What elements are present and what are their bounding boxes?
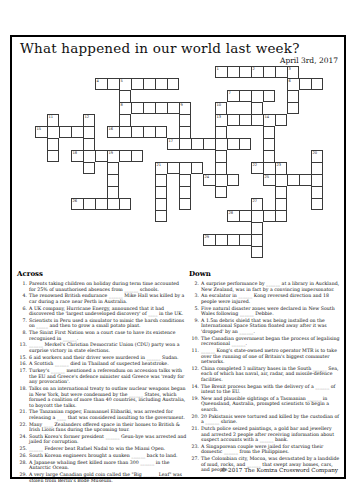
- grid-cell-r7c15[interactable]: [215, 150, 227, 162]
- empty-cell: [59, 198, 71, 210]
- empty-cell: [311, 90, 323, 102]
- empty-cell: [311, 138, 323, 150]
- clue-number-label: 5.: [189, 306, 201, 317]
- grid-cell-r1c9[interactable]: [143, 78, 155, 90]
- empty-cell: [47, 210, 59, 222]
- across-header: Across: [17, 269, 187, 278]
- empty-cell: [35, 210, 47, 222]
- grid-cell-r15c18[interactable]: [251, 246, 263, 258]
- across-clue-16: 16.A Scottish ______ died in Thailand of…: [17, 361, 187, 367]
- empty-cell: [203, 186, 215, 198]
- empty-cell: [71, 138, 83, 150]
- down-clue-3: 3.An escalator in ______ Kong reversed d…: [189, 293, 341, 304]
- clue-number-21: 21: [157, 163, 162, 167]
- empty-cell: [299, 90, 311, 102]
- empty-cell: [239, 102, 251, 114]
- empty-cell: [251, 126, 263, 138]
- grid-cell-r5c6[interactable]: 16: [107, 126, 119, 138]
- clue-number-label: 7.: [17, 318, 29, 329]
- empty-cell: [107, 222, 119, 234]
- grid-cell-r9c23[interactable]: [311, 174, 323, 186]
- empty-cell: [35, 150, 47, 162]
- grid-cell-r8c12[interactable]: [179, 162, 191, 174]
- grid-cell-r12c19[interactable]: [263, 210, 275, 222]
- grid-cell-r9c16[interactable]: [227, 174, 239, 186]
- grid-cell-r4c19[interactable]: 14: [263, 114, 275, 126]
- grid-cell-r8c18[interactable]: 22: [251, 162, 263, 174]
- grid-cell-r6c1[interactable]: [47, 138, 59, 150]
- grid-cell-r3c15[interactable]: 10: [215, 102, 227, 114]
- empty-cell: [275, 138, 287, 150]
- grid-cell-r3c10[interactable]: [155, 102, 167, 114]
- clue-text: Dutch police seized paintings, a gold ba…: [201, 426, 341, 443]
- grid-cell-r6c11[interactable]: 17: [167, 138, 179, 150]
- grid-cell-r11c20[interactable]: [275, 198, 287, 210]
- empty-cell: [119, 246, 131, 258]
- grid-cell-r6c16[interactable]: [227, 138, 239, 150]
- empty-cell: [299, 246, 311, 258]
- grid-cell-r12c18[interactable]: [251, 210, 263, 222]
- clue-number-25: 25: [265, 175, 270, 179]
- grid-cell-r0c16[interactable]: [227, 66, 239, 78]
- clue-number-17: 17: [169, 139, 174, 143]
- clue-number-8: 8: [121, 103, 123, 107]
- empty-cell: [203, 222, 215, 234]
- empty-cell: [311, 210, 323, 222]
- down-clue-2: 2.A surprise performance by ______ at a …: [189, 281, 341, 292]
- empty-cell: [47, 234, 59, 246]
- clue-text: The Tanzanian rapper, Emmanuel Elibariki…: [29, 409, 187, 420]
- down-clue-11: 11.______ Kong's state-owned metro opera…: [189, 348, 341, 365]
- grid-cell-r2c7[interactable]: [119, 90, 131, 102]
- grid-cell-r1c11[interactable]: [167, 78, 179, 90]
- grid-cell-r14c14[interactable]: 29: [203, 234, 215, 246]
- across-clue-4: 4.The renowned British endurance ______ …: [17, 293, 187, 304]
- grid-cell-r11c6[interactable]: [107, 198, 119, 210]
- grid-cell-r8c23[interactable]: [311, 162, 323, 174]
- empty-cell: [95, 186, 107, 198]
- empty-cell: [167, 126, 179, 138]
- empty-cell: [227, 246, 239, 258]
- empty-cell: [35, 66, 47, 78]
- clue-number-28: 28: [229, 211, 234, 215]
- empty-cell: [191, 126, 203, 138]
- empty-cell: [179, 66, 191, 78]
- empty-cell: [35, 174, 47, 186]
- clue-number-26: 26: [73, 199, 78, 203]
- empty-cell: [179, 234, 191, 246]
- clue-text: A Japanese whaling fleet killed more tha…: [29, 460, 187, 471]
- clue-number-label: 10.: [189, 336, 201, 347]
- grid-cell-r3c21[interactable]: [287, 102, 299, 114]
- empty-cell: [119, 222, 131, 234]
- empty-cell: [299, 198, 311, 210]
- grid-cell-r5c3[interactable]: [71, 126, 83, 138]
- grid-cell-r5c4[interactable]: [83, 126, 95, 138]
- clue-number-label: 1.: [17, 281, 29, 292]
- grid-cell-r1c6[interactable]: [107, 78, 119, 90]
- empty-cell: [35, 138, 47, 150]
- grid-cell-r2c16[interactable]: 7: [227, 90, 239, 102]
- clue-number-label: 21.: [17, 409, 29, 420]
- grid-cell-r9c6[interactable]: [107, 174, 119, 186]
- empty-cell: [71, 66, 83, 78]
- grid-cell-r9c22[interactable]: [299, 174, 311, 186]
- empty-cell: [71, 114, 83, 126]
- empty-cell: [263, 246, 275, 258]
- across-clue-18: 18.Talks on an international treaty to o…: [17, 386, 187, 408]
- grid-cell-r4c4[interactable]: 12: [83, 114, 95, 126]
- empty-cell: [83, 210, 95, 222]
- across-clue-7: 7.Scientists in Peru used a simulator to…: [17, 318, 187, 329]
- grid-cell-r8c11[interactable]: [167, 162, 179, 174]
- empty-cell: [47, 90, 59, 102]
- grid-cell-r7c8[interactable]: [131, 150, 143, 162]
- empty-cell: [263, 234, 275, 246]
- grid-cell-r5c7[interactable]: [119, 126, 131, 138]
- grid-cell-r0c20[interactable]: [275, 66, 287, 78]
- empty-cell: [263, 78, 275, 90]
- empty-cell: [227, 150, 239, 162]
- clue-text: A UK company, Hurricane Energy, announce…: [29, 306, 187, 317]
- clue-number-6: 6: [289, 79, 291, 83]
- grid-cell-r1c23[interactable]: [311, 78, 323, 90]
- clue-text: South Korea's former president ______ Ge…: [29, 434, 187, 445]
- grid-cell-r0c19[interactable]: [263, 66, 275, 78]
- empty-cell: [227, 126, 239, 138]
- grid-cell-r10c6[interactable]: [107, 186, 119, 198]
- empty-cell: [299, 102, 311, 114]
- grid-cell-r9c15[interactable]: [215, 174, 227, 186]
- grid-cell-r6c13[interactable]: [191, 138, 203, 150]
- grid-cell-r8c13[interactable]: [191, 162, 203, 174]
- empty-cell: [311, 66, 323, 78]
- clue-number-label: 11.: [189, 348, 201, 365]
- clue-number-11: 11: [49, 115, 54, 119]
- empty-cell: [203, 66, 215, 78]
- empty-cell: [239, 78, 251, 90]
- clue-number-label: 22.: [17, 422, 29, 433]
- empty-cell: [155, 150, 167, 162]
- clue-number-label: 6.: [17, 306, 29, 317]
- grid-cell-r5c8[interactable]: [131, 126, 143, 138]
- grid-cell-r2c19[interactable]: [263, 90, 275, 102]
- clue-text: ______ Federer beat Rafael Nadal to win …: [29, 446, 187, 452]
- empty-cell: [95, 102, 107, 114]
- empty-cell: [143, 234, 155, 246]
- grid-cell-r0c17[interactable]: [239, 66, 251, 78]
- grid-cell-r8c6[interactable]: [107, 162, 119, 174]
- empty-cell: [119, 186, 131, 198]
- grid-cell-r0c18[interactable]: 2: [251, 66, 263, 78]
- clue-text: Scientists in Peru used a simulator to m…: [29, 318, 187, 329]
- crossword-page: What happened in our world last week? Ap…: [0, 0, 354, 500]
- empty-cell: [203, 210, 215, 222]
- clue-number-label: 2.: [189, 281, 201, 292]
- grid-cell-r7c6[interactable]: 19: [107, 150, 119, 162]
- grid-cell-r6c17[interactable]: [239, 138, 251, 150]
- clue-number-label: 19.: [189, 396, 201, 413]
- grid-cell-r11c3[interactable]: 26: [71, 198, 83, 210]
- grid-cell-r5c9[interactable]: [143, 126, 155, 138]
- grid-cell-r4c15[interactable]: 13: [215, 114, 227, 126]
- grid-cell-r8c4[interactable]: [83, 162, 95, 174]
- empty-cell: [191, 174, 203, 186]
- grid-cell-r1c22[interactable]: [299, 78, 311, 90]
- empty-cell: [167, 222, 179, 234]
- empty-cell: [179, 150, 191, 162]
- grid-cell-r10c12[interactable]: [179, 186, 191, 198]
- empty-cell: [263, 198, 275, 210]
- grid-cell-r8c10[interactable]: 21: [155, 162, 167, 174]
- empty-cell: [35, 78, 47, 90]
- grid-cell-r3c18[interactable]: [251, 102, 263, 114]
- crossword-grid[interactable]: 1234567891011121314151617181920212223242…: [35, 66, 323, 258]
- grid-cell-r3c9[interactable]: [143, 102, 155, 114]
- grid-cell-r1c10[interactable]: [155, 78, 167, 90]
- grid-cell-r5c2[interactable]: [59, 126, 71, 138]
- empty-cell: [35, 234, 47, 246]
- empty-cell: [251, 150, 263, 162]
- clue-number-label: 25.: [17, 446, 29, 452]
- across-clue-25: 25.______ Federer beat Rafael Nadal to w…: [17, 446, 187, 452]
- empty-cell: [35, 102, 47, 114]
- grid-cell-r1c8[interactable]: [131, 78, 143, 90]
- empty-cell: [191, 66, 203, 78]
- across-clue-24: 24.South Korea's former president ______…: [17, 434, 187, 445]
- empty-cell: [59, 90, 71, 102]
- grid-cell-r8c20[interactable]: 23: [275, 162, 287, 174]
- grid-cell-r4c16[interactable]: [227, 114, 239, 126]
- empty-cell: [227, 198, 239, 210]
- grid-cell-r10c15[interactable]: [215, 186, 227, 198]
- grid-cell-r11c10[interactable]: [155, 198, 167, 210]
- grid-cell-r11c12[interactable]: [179, 198, 191, 210]
- grid-cell-r1c5[interactable]: 4: [95, 78, 107, 90]
- empty-cell: [311, 126, 323, 138]
- grid-cell-r0c21[interactable]: 3: [287, 66, 299, 78]
- empty-cell: [203, 114, 215, 126]
- empty-cell: [71, 102, 83, 114]
- grid-cell-r7c5[interactable]: [95, 150, 107, 162]
- grid-cell-r14c17[interactable]: [239, 234, 251, 246]
- empty-cell: [131, 186, 143, 198]
- grid-cell-r9c20[interactable]: [275, 174, 287, 186]
- grid-cell-r4c7[interactable]: [119, 114, 131, 126]
- grid-cell-r7c1[interactable]: [47, 150, 59, 162]
- empty-cell: [299, 186, 311, 198]
- grid-cell-r12c20[interactable]: [275, 210, 287, 222]
- empty-cell: [143, 150, 155, 162]
- grid-cell-r8c19[interactable]: [263, 162, 275, 174]
- empty-cell: [311, 222, 323, 234]
- grid-cell-r14c16[interactable]: [227, 234, 239, 246]
- empty-cell: [59, 234, 71, 246]
- empty-cell: [191, 78, 203, 90]
- grid-cell-r9c12[interactable]: [179, 174, 191, 186]
- grid-cell-r13c18[interactable]: [251, 222, 263, 234]
- clue-number-22: 22: [253, 163, 258, 167]
- across-clue-8: 8.The Sinixt First Nation won a court ca…: [17, 330, 187, 341]
- down-clue-14: 14.The Brexit process began with the del…: [189, 384, 341, 395]
- grid-cell-r8c15[interactable]: [215, 162, 227, 174]
- empty-cell: [311, 102, 323, 114]
- clue-text: Many ____ Zealanders offered space in th…: [29, 422, 187, 433]
- empty-cell: [155, 246, 167, 258]
- empty-cell: [191, 198, 203, 210]
- grid-cell-r10c23[interactable]: [311, 186, 323, 198]
- empty-cell: [95, 222, 107, 234]
- grid-cell-r4c18[interactable]: [251, 114, 263, 126]
- empty-cell: [275, 78, 287, 90]
- grid-cell-r11c23[interactable]: [311, 198, 323, 210]
- grid-cell-r5c0[interactable]: 15: [35, 126, 47, 138]
- empty-cell: [215, 78, 227, 90]
- empty-cell: [83, 222, 95, 234]
- empty-cell: [143, 222, 155, 234]
- empty-cell: [71, 78, 83, 90]
- clue-number-29: 29: [205, 235, 210, 239]
- across-clue-29: 29.A very large Canadian gold coin calle…: [17, 472, 187, 483]
- empty-cell: [191, 222, 203, 234]
- grid-cell-r3c8[interactable]: [131, 102, 143, 114]
- empty-cell: [155, 90, 167, 102]
- clue-text: 6 aid workers and their driver were murd…: [29, 355, 187, 361]
- grid-cell-r12c10[interactable]: [155, 210, 167, 222]
- grid-cell-r2c17[interactable]: [239, 90, 251, 102]
- grid-cell-r4c17[interactable]: [239, 114, 251, 126]
- grid-cell-r11c18[interactable]: 27: [251, 198, 263, 210]
- grid-cell-r5c1[interactable]: [47, 126, 59, 138]
- grid-cell-r7c3[interactable]: 18: [71, 150, 83, 162]
- empty-cell: [131, 222, 143, 234]
- empty-cell: [191, 150, 203, 162]
- grid-cell-r3c12[interactable]: 9: [179, 102, 191, 114]
- clue-text: The renowned British endurance ______ Mi…: [29, 293, 187, 304]
- grid-cell-r7c4[interactable]: [83, 150, 95, 162]
- clue-number-24: 24: [205, 175, 210, 179]
- grid-cell-r3c7[interactable]: 8: [119, 102, 131, 114]
- grid-cell-r7c23[interactable]: 20: [311, 150, 323, 162]
- grid-cell-r2c18[interactable]: [251, 90, 263, 102]
- grid-cell-r10c10[interactable]: [155, 186, 167, 198]
- grid-cell-r3c11[interactable]: [167, 102, 179, 114]
- down-clue-21: 21.Dutch police seized paintings, a gold…: [189, 426, 341, 443]
- empty-cell: [59, 66, 71, 78]
- empty-cell: [251, 138, 263, 150]
- grid-cell-r7c19[interactable]: [263, 150, 275, 162]
- down-clue-5: 5.Five natural disaster zones were decla…: [189, 306, 341, 317]
- empty-cell: [287, 210, 299, 222]
- empty-cell: [191, 234, 203, 246]
- grid-cell-r2c21[interactable]: [287, 90, 299, 102]
- down-clue-9: 9.A 1.5m debris shield that was being in…: [189, 318, 341, 335]
- empty-cell: [275, 126, 287, 138]
- grid-cell-r6c12[interactable]: [179, 138, 191, 150]
- empty-cell: [167, 198, 179, 210]
- grid-cell-r10c20[interactable]: [275, 186, 287, 198]
- grid-cell-r5c19[interactable]: [263, 126, 275, 138]
- empty-cell: [95, 162, 107, 174]
- grid-cell-r14c15[interactable]: [215, 234, 227, 246]
- grid-cell-r0c15[interactable]: 1: [215, 66, 227, 78]
- grid-cell-r9c14[interactable]: 24: [203, 174, 215, 186]
- grid-cell-r5c12[interactable]: [179, 126, 191, 138]
- empty-cell: [95, 90, 107, 102]
- grid-cell-r6c4[interactable]: [83, 138, 95, 150]
- grid-cell-r5c15[interactable]: [215, 126, 227, 138]
- clue-text: New and plausible sightings of a Tasmani…: [201, 396, 341, 413]
- grid-cell-r4c1[interactable]: 11: [47, 114, 59, 126]
- empty-cell: [311, 114, 323, 126]
- grid-cell-r5c10[interactable]: [155, 126, 167, 138]
- clue-number-label: 23.: [189, 444, 201, 455]
- clue-number-label: 16.: [17, 361, 29, 367]
- page-border-frame: What happened in our world last week? Ap…: [10, 35, 346, 479]
- empty-cell: [83, 174, 95, 186]
- empty-cell: [203, 198, 215, 210]
- grid-cell-r1c21[interactable]: 6: [287, 78, 299, 90]
- empty-cell: [107, 210, 119, 222]
- clue-number-label: 27.: [189, 456, 201, 473]
- clue-number-5: 5: [121, 79, 123, 83]
- clue-text: A surprise performance by ______ at a li…: [201, 281, 341, 292]
- grid-cell-r7c7[interactable]: [119, 150, 131, 162]
- grid-cell-r12c17[interactable]: [239, 210, 251, 222]
- grid-cell-r11c4[interactable]: [83, 198, 95, 210]
- empty-cell: [179, 246, 191, 258]
- empty-cell: [71, 246, 83, 258]
- clue-number-label: 18.: [17, 386, 29, 408]
- empty-cell: [215, 222, 227, 234]
- empty-cell: [203, 90, 215, 102]
- grid-cell-r1c7[interactable]: 5: [119, 78, 131, 90]
- empty-cell: [203, 126, 215, 138]
- grid-cell-r6c14[interactable]: [203, 138, 215, 150]
- grid-cell-r9c19[interactable]: 25: [263, 174, 275, 186]
- empty-cell: [179, 90, 191, 102]
- empty-cell: [287, 246, 299, 258]
- empty-cell: [299, 222, 311, 234]
- grid-cell-r11c5[interactable]: [95, 198, 107, 210]
- grid-cell-r14c18[interactable]: [251, 234, 263, 246]
- empty-cell: [59, 78, 71, 90]
- clue-text: South Korean engineers brought a sunken …: [29, 453, 187, 459]
- empty-cell: [287, 198, 299, 210]
- empty-cell: [71, 210, 83, 222]
- empty-cell: [239, 222, 251, 234]
- down-clue-list: 2.A surprise performance by ______ at a …: [189, 281, 341, 473]
- grid-cell-r9c10[interactable]: [155, 174, 167, 186]
- grid-cell-r6c15[interactable]: [215, 138, 227, 150]
- clue-number-1: 1: [217, 67, 219, 71]
- empty-cell: [35, 246, 47, 258]
- empty-cell: [203, 150, 215, 162]
- empty-cell: [83, 186, 95, 198]
- empty-cell: [179, 78, 191, 90]
- grid-cell-r4c20[interactable]: [275, 114, 287, 126]
- grid-cell-r12c16[interactable]: 28: [227, 210, 239, 222]
- clue-text: A very large Canadian gold coin called t…: [29, 472, 187, 483]
- empty-cell: [119, 210, 131, 222]
- grid-cell-r6c19[interactable]: [263, 138, 275, 150]
- empty-cell: [299, 150, 311, 162]
- empty-cell: [143, 246, 155, 258]
- grid-cell-r11c7[interactable]: [119, 198, 131, 210]
- empty-cell: [167, 174, 179, 186]
- grid-cell-r9c21[interactable]: [287, 174, 299, 186]
- grid-cell-r4c12[interactable]: [179, 114, 191, 126]
